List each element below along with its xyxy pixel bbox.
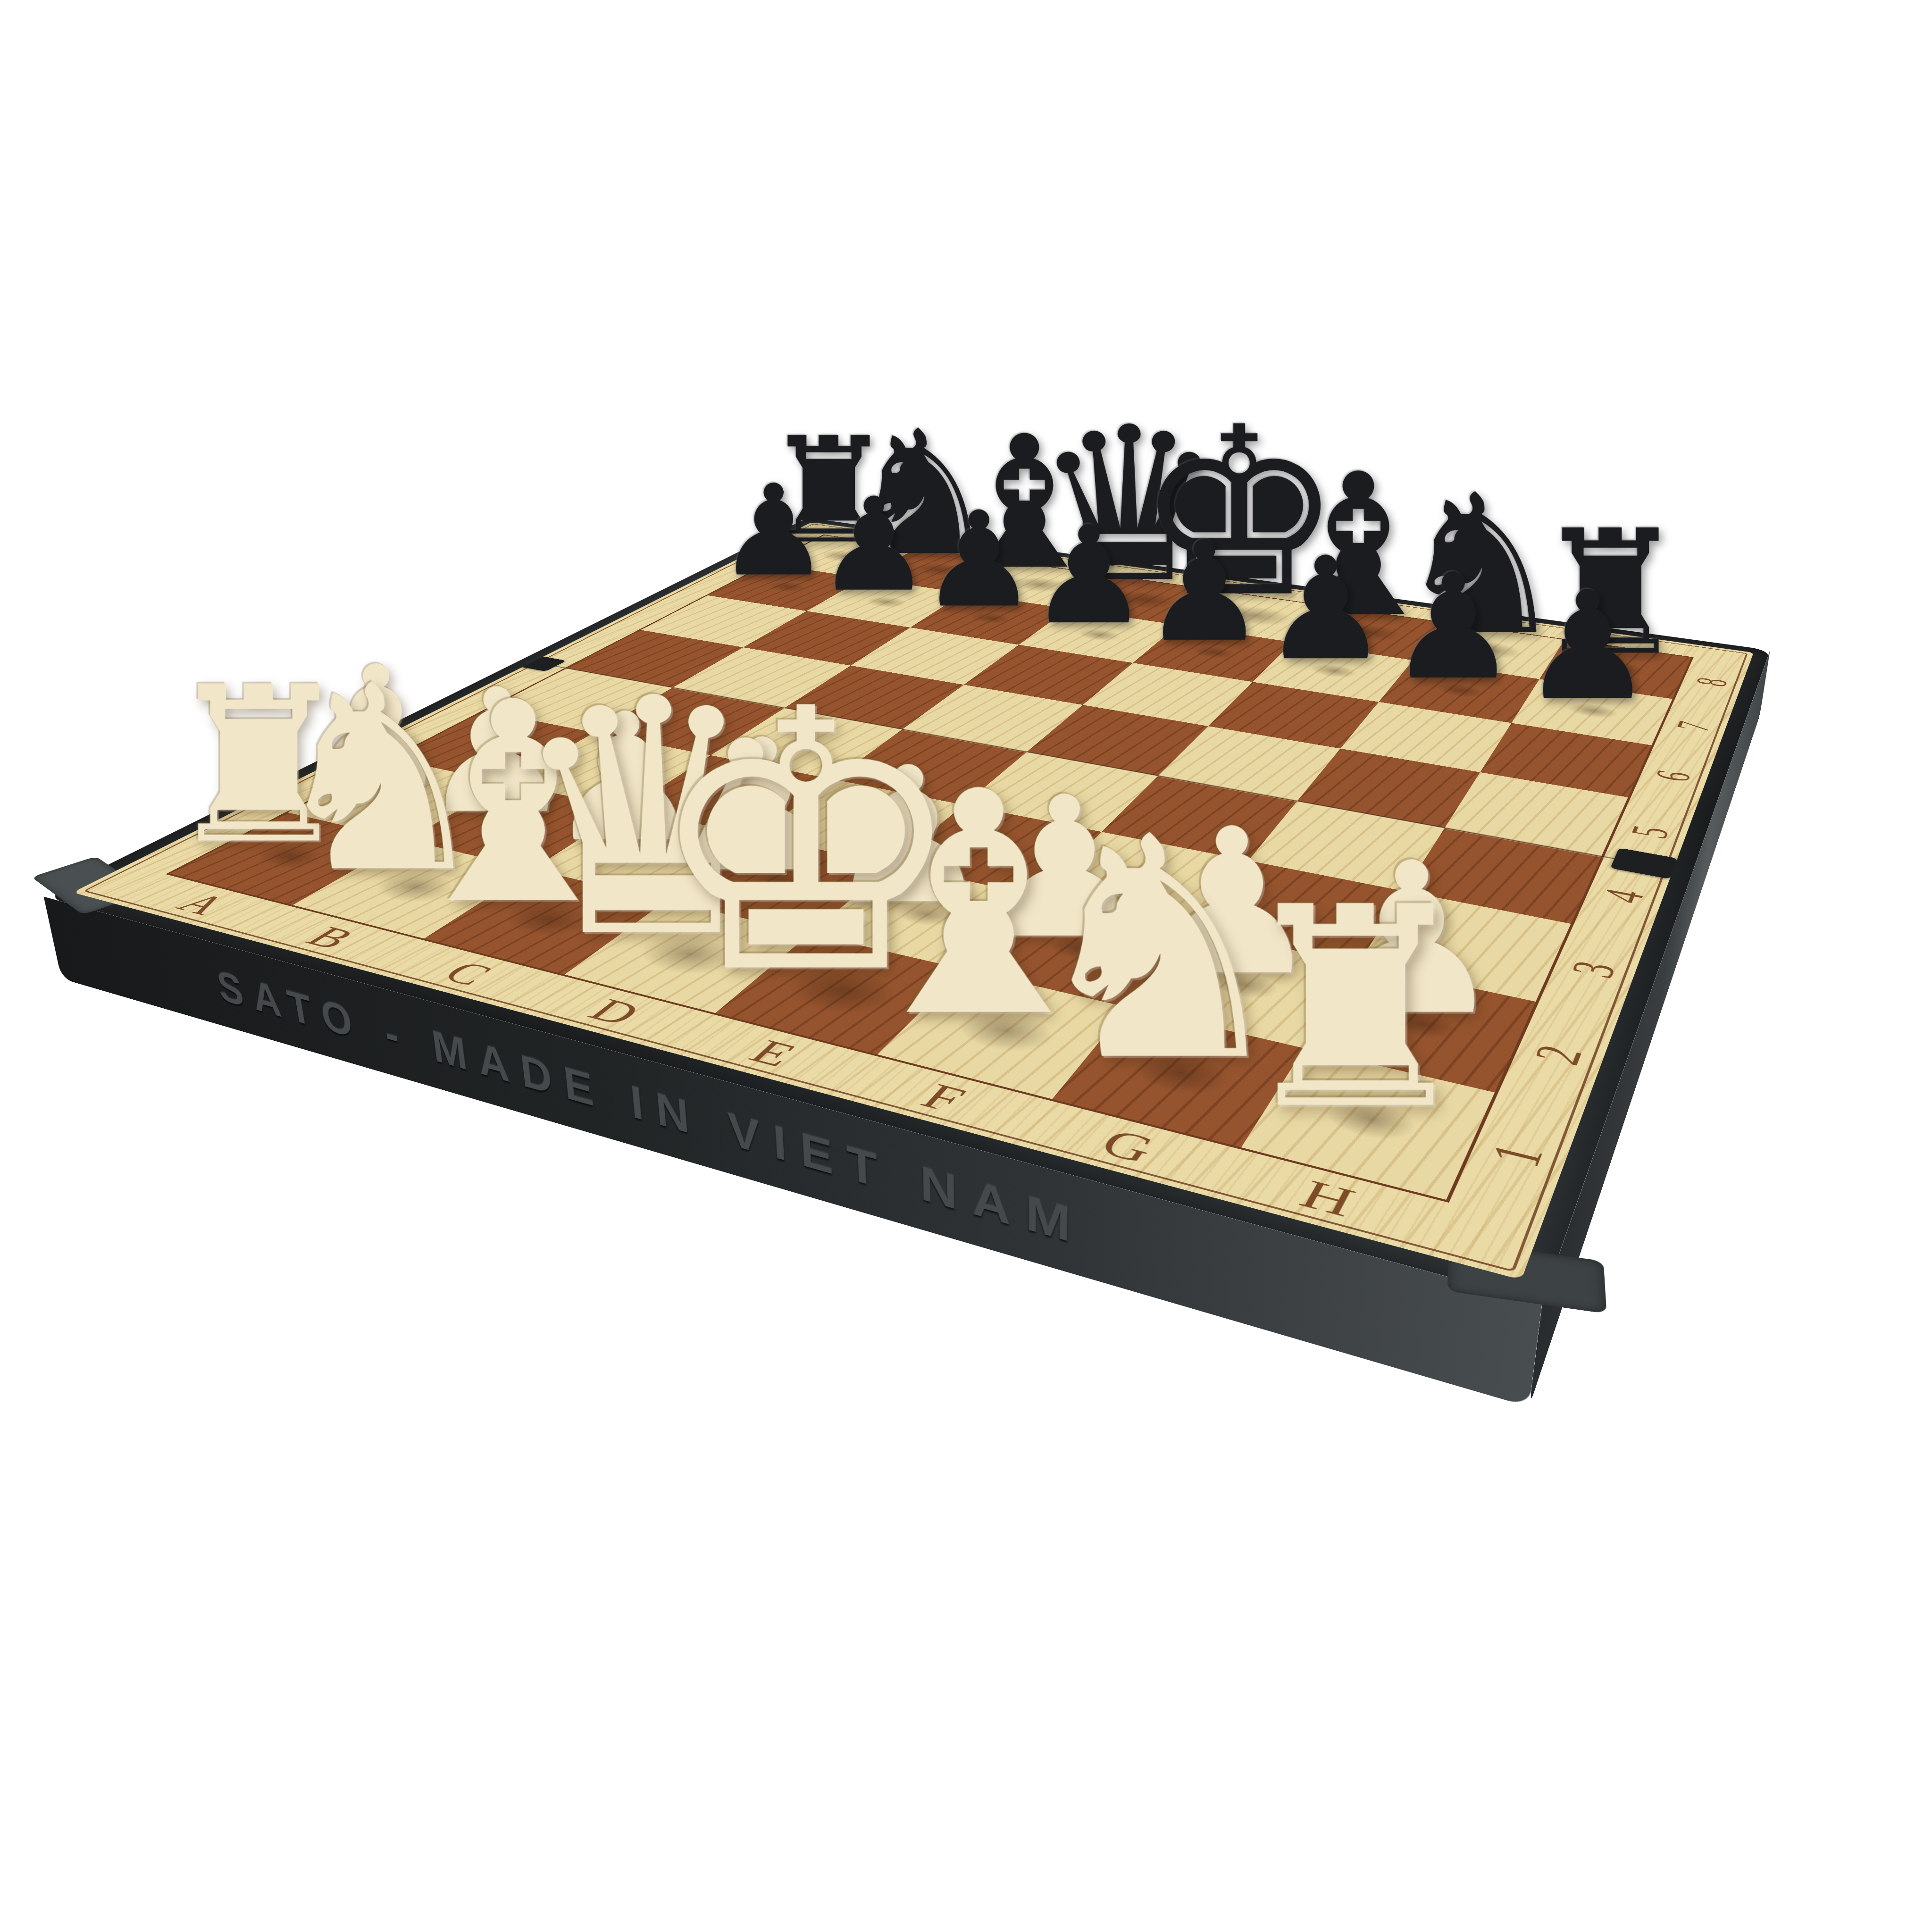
product-photo-scene: ABCDEFGH12345678 SATO - MADE IN VIET NAM… — [0, 0, 1932, 1932]
rank-label-text-8: 8 — [1685, 675, 1737, 689]
piece-white-rook-h1[interactable]: ♜ — [1079, 871, 1631, 1147]
chess-board: ABCDEFGH12345678 SATO - MADE IN VIET NAM… — [44, 518, 1770, 1302]
rank-label-text-7: 7 — [1665, 719, 1721, 734]
